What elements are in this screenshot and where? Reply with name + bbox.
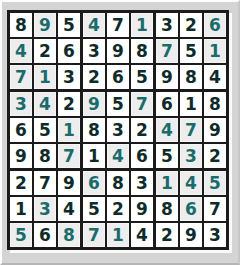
cell-r2c4[interactable]: 3 [83,39,105,63]
cell-r1c3[interactable]: 5 [58,13,80,37]
cell-r5c9[interactable]: 9 [204,118,226,142]
cell-r9c6[interactable]: 4 [131,223,153,247]
cell-r3c9[interactable]: 4 [204,65,226,89]
cell-r9c8[interactable]: 9 [180,223,202,247]
cell-r4c3[interactable]: 2 [58,92,80,116]
sudoku-board: 895426713 471398265 326751984 342651987 … [7,10,229,250]
box: 471398265 [83,13,153,89]
box: 145867293 [156,171,226,247]
cell-r2c7[interactable]: 7 [156,39,178,63]
box: 618479532 [156,92,226,168]
cell-r3c2[interactable]: 1 [34,65,56,89]
cell-r5c2[interactable]: 5 [34,118,56,142]
cell-r8c5[interactable]: 2 [107,197,129,221]
cell-r4c5[interactable]: 5 [107,92,129,116]
cell-r3c1[interactable]: 7 [10,65,32,89]
cell-r6c9[interactable]: 2 [204,144,226,168]
cell-r5c1[interactable]: 6 [10,118,32,142]
cell-r4c8[interactable]: 1 [180,92,202,116]
box: 895426713 [10,13,80,89]
cell-r7c4[interactable]: 6 [83,171,105,195]
cell-r8c1[interactable]: 1 [10,197,32,221]
cell-r1c1[interactable]: 8 [10,13,32,37]
cell-r6c1[interactable]: 9 [10,144,32,168]
cell-r6c2[interactable]: 8 [34,144,56,168]
cell-r2c3[interactable]: 6 [58,39,80,63]
box: 683529714 [83,171,153,247]
cell-r6c8[interactable]: 3 [180,144,202,168]
cell-r5c8[interactable]: 7 [180,118,202,142]
cell-r3c6[interactable]: 5 [131,65,153,89]
cell-r8c8[interactable]: 6 [180,197,202,221]
box: 326751984 [156,13,226,89]
cell-r9c7[interactable]: 2 [156,223,178,247]
cell-r4c4[interactable]: 9 [83,92,105,116]
cell-r7c3[interactable]: 9 [58,171,80,195]
cell-r2c8[interactable]: 5 [180,39,202,63]
cell-r9c4[interactable]: 7 [83,223,105,247]
cell-r9c5[interactable]: 1 [107,223,129,247]
box: 279134568 [10,171,80,247]
cell-r8c7[interactable]: 8 [156,197,178,221]
cell-r4c7[interactable]: 6 [156,92,178,116]
cell-r8c9[interactable]: 7 [204,197,226,221]
cell-r9c3[interactable]: 8 [58,223,80,247]
cell-r1c4[interactable]: 4 [83,13,105,37]
cell-r5c3[interactable]: 1 [58,118,80,142]
cell-r5c5[interactable]: 3 [107,118,129,142]
cell-r1c7[interactable]: 3 [156,13,178,37]
cell-r9c2[interactable]: 6 [34,223,56,247]
cell-r7c5[interactable]: 8 [107,171,129,195]
cell-r9c9[interactable]: 3 [204,223,226,247]
cell-r3c4[interactable]: 2 [83,65,105,89]
cell-r2c6[interactable]: 8 [131,39,153,63]
cell-r5c7[interactable]: 4 [156,118,178,142]
cell-r8c2[interactable]: 3 [34,197,56,221]
cell-r4c6[interactable]: 7 [131,92,153,116]
window-frame: 895426713 471398265 326751984 342651987 … [0,0,240,265]
cell-r2c5[interactable]: 9 [107,39,129,63]
cell-r1c9[interactable]: 6 [204,13,226,37]
cell-r5c4[interactable]: 8 [83,118,105,142]
cell-r1c6[interactable]: 1 [131,13,153,37]
box: 957832146 [83,92,153,168]
cell-r8c4[interactable]: 5 [83,197,105,221]
cell-r4c2[interactable]: 4 [34,92,56,116]
cell-r6c3[interactable]: 7 [58,144,80,168]
cell-r2c2[interactable]: 2 [34,39,56,63]
cell-r9c1[interactable]: 5 [10,223,32,247]
cell-r3c5[interactable]: 6 [107,65,129,89]
cell-r7c6[interactable]: 3 [131,171,153,195]
box: 342651987 [10,92,80,168]
cell-r7c9[interactable]: 5 [204,171,226,195]
cell-r5c6[interactable]: 2 [131,118,153,142]
cell-r7c8[interactable]: 4 [180,171,202,195]
cell-r6c6[interactable]: 6 [131,144,153,168]
cell-r6c4[interactable]: 1 [83,144,105,168]
cell-r6c5[interactable]: 4 [107,144,129,168]
cell-r2c9[interactable]: 1 [204,39,226,63]
cell-r4c9[interactable]: 8 [204,92,226,116]
cell-r2c1[interactable]: 4 [10,39,32,63]
cell-r8c3[interactable]: 4 [58,197,80,221]
cell-r3c7[interactable]: 9 [156,65,178,89]
cell-r7c1[interactable]: 2 [10,171,32,195]
cell-r7c2[interactable]: 7 [34,171,56,195]
cell-r7c7[interactable]: 1 [156,171,178,195]
cell-r1c5[interactable]: 7 [107,13,129,37]
cell-r1c2[interactable]: 9 [34,13,56,37]
cell-r3c8[interactable]: 8 [180,65,202,89]
cell-r3c3[interactable]: 3 [58,65,80,89]
cell-r1c8[interactable]: 2 [180,13,202,37]
cell-r4c1[interactable]: 3 [10,92,32,116]
cell-r6c7[interactable]: 5 [156,144,178,168]
cell-r8c6[interactable]: 9 [131,197,153,221]
